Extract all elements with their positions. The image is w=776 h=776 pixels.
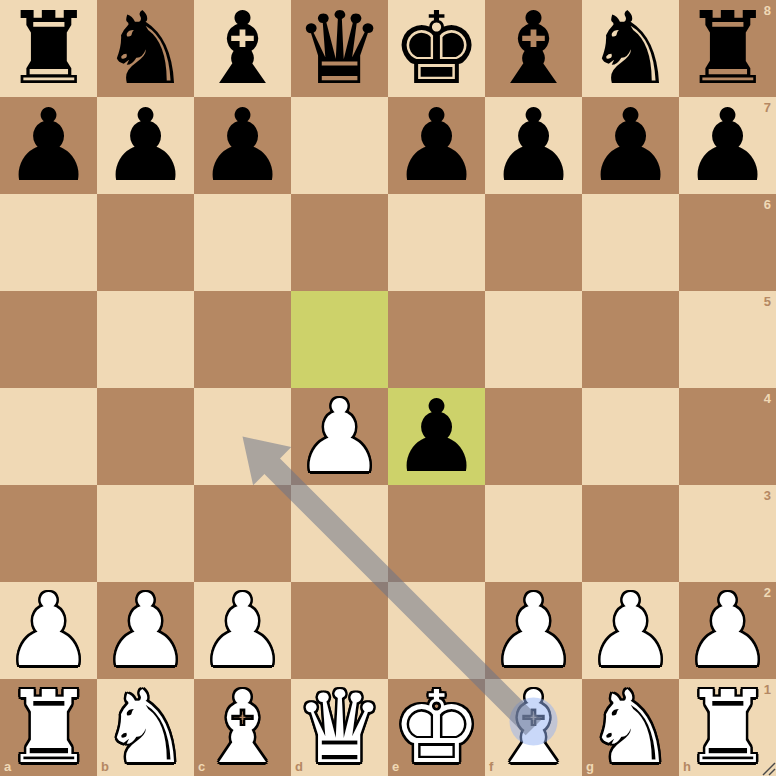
square-d1[interactable]: ♛d <box>291 679 388 776</box>
square-g6[interactable] <box>582 194 679 291</box>
black-pawn-e7[interactable]: ♟ <box>388 97 485 194</box>
rank-label-3: 3 <box>764 488 771 503</box>
square-a8[interactable]: ♜ <box>0 0 97 97</box>
square-c8[interactable]: ♝ <box>194 0 291 97</box>
square-h7[interactable]: ♟7 <box>679 97 776 194</box>
black-pawn-f7[interactable]: ♟ <box>485 97 582 194</box>
square-g8[interactable]: ♞ <box>582 0 679 97</box>
square-a4[interactable] <box>0 388 97 485</box>
square-b7[interactable]: ♟ <box>97 97 194 194</box>
white-pawn-a2[interactable]: ♟ <box>0 582 97 679</box>
black-queen-d8[interactable]: ♛ <box>291 0 388 97</box>
square-e2[interactable] <box>388 582 485 679</box>
square-d5[interactable] <box>291 291 388 388</box>
square-a2[interactable]: ♟ <box>0 582 97 679</box>
rank-label-4: 4 <box>764 391 771 406</box>
square-f3[interactable] <box>485 485 582 582</box>
square-f4[interactable] <box>485 388 582 485</box>
square-c5[interactable] <box>194 291 291 388</box>
square-h4[interactable]: 4 <box>679 388 776 485</box>
square-c2[interactable]: ♟ <box>194 582 291 679</box>
square-b5[interactable] <box>97 291 194 388</box>
black-rook-a8[interactable]: ♜ <box>0 0 97 97</box>
square-e6[interactable] <box>388 194 485 291</box>
square-h8[interactable]: ♜8 <box>679 0 776 97</box>
square-e8[interactable]: ♚ <box>388 0 485 97</box>
white-bishop-f1[interactable]: ♝ <box>485 679 582 776</box>
black-bishop-f8[interactable]: ♝ <box>485 0 582 97</box>
white-rook-a1[interactable]: ♜ <box>0 679 97 776</box>
square-d8[interactable]: ♛ <box>291 0 388 97</box>
square-b3[interactable] <box>97 485 194 582</box>
black-rook-h8[interactable]: ♜ <box>679 0 776 97</box>
square-f5[interactable] <box>485 291 582 388</box>
square-c1[interactable]: ♝c <box>194 679 291 776</box>
square-e3[interactable] <box>388 485 485 582</box>
square-f8[interactable]: ♝ <box>485 0 582 97</box>
square-g5[interactable] <box>582 291 679 388</box>
white-pawn-h2[interactable]: ♟ <box>679 582 776 679</box>
square-f6[interactable] <box>485 194 582 291</box>
square-a6[interactable] <box>0 194 97 291</box>
white-king-e1[interactable]: ♚ <box>388 679 485 776</box>
white-pawn-f2[interactable]: ♟ <box>485 582 582 679</box>
square-d2[interactable] <box>291 582 388 679</box>
square-d3[interactable] <box>291 485 388 582</box>
square-g1[interactable]: ♞g <box>582 679 679 776</box>
white-pawn-c2[interactable]: ♟ <box>194 582 291 679</box>
square-e7[interactable]: ♟ <box>388 97 485 194</box>
rank-label-6: 6 <box>764 197 771 212</box>
white-knight-g1[interactable]: ♞ <box>582 679 679 776</box>
square-b1[interactable]: ♞b <box>97 679 194 776</box>
square-h3[interactable]: 3 <box>679 485 776 582</box>
white-pawn-g2[interactable]: ♟ <box>582 582 679 679</box>
square-b4[interactable] <box>97 388 194 485</box>
square-c7[interactable]: ♟ <box>194 97 291 194</box>
square-g4[interactable] <box>582 388 679 485</box>
square-d4[interactable]: ♟ <box>291 388 388 485</box>
square-f7[interactable]: ♟ <box>485 97 582 194</box>
white-pawn-b2[interactable]: ♟ <box>97 582 194 679</box>
chess-board: ♜♞♝♛♚♝♞♜8♟♟♟♟♟♟♟765♟♟43♟♟♟♟♟♟2♜a♞b♝c♛d♚e… <box>0 0 776 776</box>
black-pawn-a7[interactable]: ♟ <box>0 97 97 194</box>
black-pawn-c7[interactable]: ♟ <box>194 97 291 194</box>
square-f1[interactable]: ♝f <box>485 679 582 776</box>
square-h6[interactable]: 6 <box>679 194 776 291</box>
square-a5[interactable] <box>0 291 97 388</box>
square-g2[interactable]: ♟ <box>582 582 679 679</box>
white-bishop-c1[interactable]: ♝ <box>194 679 291 776</box>
resize-handle-icon[interactable] <box>762 762 776 776</box>
square-c6[interactable] <box>194 194 291 291</box>
black-pawn-b7[interactable]: ♟ <box>97 97 194 194</box>
square-e1[interactable]: ♚e <box>388 679 485 776</box>
white-queen-d1[interactable]: ♛ <box>291 679 388 776</box>
square-b8[interactable]: ♞ <box>97 0 194 97</box>
square-e5[interactable] <box>388 291 485 388</box>
square-a7[interactable]: ♟ <box>0 97 97 194</box>
square-e4[interactable]: ♟ <box>388 388 485 485</box>
square-g7[interactable]: ♟ <box>582 97 679 194</box>
square-g3[interactable] <box>582 485 679 582</box>
white-knight-b1[interactable]: ♞ <box>97 679 194 776</box>
black-knight-g8[interactable]: ♞ <box>582 0 679 97</box>
square-a1[interactable]: ♜a <box>0 679 97 776</box>
black-pawn-e4[interactable]: ♟ <box>388 388 485 485</box>
black-pawn-h7[interactable]: ♟ <box>679 97 776 194</box>
rank-label-5: 5 <box>764 294 771 309</box>
black-bishop-c8[interactable]: ♝ <box>194 0 291 97</box>
square-d6[interactable] <box>291 194 388 291</box>
square-b6[interactable] <box>97 194 194 291</box>
square-a3[interactable] <box>0 485 97 582</box>
square-c4[interactable] <box>194 388 291 485</box>
square-d7[interactable] <box>291 97 388 194</box>
black-knight-b8[interactable]: ♞ <box>97 0 194 97</box>
square-f2[interactable]: ♟ <box>485 582 582 679</box>
square-c3[interactable] <box>194 485 291 582</box>
black-king-e8[interactable]: ♚ <box>388 0 485 97</box>
square-h2[interactable]: ♟2 <box>679 582 776 679</box>
black-pawn-g7[interactable]: ♟ <box>582 97 679 194</box>
square-h5[interactable]: 5 <box>679 291 776 388</box>
square-b2[interactable]: ♟ <box>97 582 194 679</box>
white-pawn-d4[interactable]: ♟ <box>291 388 388 485</box>
